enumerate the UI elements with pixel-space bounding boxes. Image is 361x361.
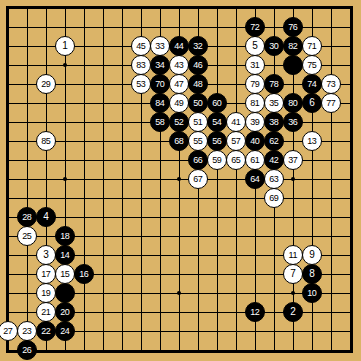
stone-black-26: 26 — [17, 340, 37, 360]
stone-white-71: 71 — [302, 36, 322, 56]
stone-black-84: 84 — [150, 93, 170, 113]
stone-black-34: 34 — [150, 55, 170, 75]
stone-white-25: 25 — [17, 226, 37, 246]
stone-white-11: 11 — [283, 245, 303, 265]
star-point — [63, 63, 67, 67]
stone-white-77: 77 — [321, 93, 341, 113]
go-diagram: 1234567891011121314151617181920212223242… — [0, 0, 361, 361]
stone-black-handicap — [283, 55, 303, 75]
stone-white-51: 51 — [188, 112, 208, 132]
stone-white-49: 49 — [169, 93, 189, 113]
stone-white-73: 73 — [321, 74, 341, 94]
stone-white-55: 55 — [188, 131, 208, 151]
star-point — [177, 177, 181, 181]
stone-black-58: 58 — [150, 112, 170, 132]
stone-black-82: 82 — [283, 36, 303, 56]
stone-black-40: 40 — [245, 131, 265, 151]
stone-white-27: 27 — [0, 321, 18, 341]
stone-black-72: 72 — [245, 17, 265, 37]
stone-white-33: 33 — [150, 36, 170, 56]
stone-white-7: 7 — [283, 264, 303, 284]
stone-white-39: 39 — [245, 112, 265, 132]
stone-black-22: 22 — [36, 321, 56, 341]
stone-black-handicap — [55, 283, 75, 303]
stone-black-10: 10 — [302, 283, 322, 303]
stone-white-23: 23 — [17, 321, 37, 341]
stone-white-45: 45 — [131, 36, 151, 56]
stone-black-62: 62 — [264, 131, 284, 151]
board-grid: 1234567891011121314151617181920212223242… — [0, 0, 360, 360]
stone-white-57: 57 — [226, 131, 246, 151]
stone-black-20: 20 — [55, 302, 75, 322]
stone-black-60: 60 — [207, 93, 227, 113]
stone-black-46: 46 — [188, 55, 208, 75]
stone-white-5: 5 — [245, 36, 265, 56]
stone-black-28: 28 — [17, 207, 37, 227]
stone-white-3: 3 — [36, 245, 56, 265]
stone-black-38: 38 — [264, 112, 284, 132]
stone-white-85: 85 — [36, 131, 56, 151]
stone-black-30: 30 — [264, 36, 284, 56]
stone-white-41: 41 — [226, 112, 246, 132]
stone-white-35: 35 — [264, 93, 284, 113]
stone-white-17: 17 — [36, 264, 56, 284]
stone-black-32: 32 — [188, 36, 208, 56]
stone-black-14: 14 — [55, 245, 75, 265]
stone-white-81: 81 — [245, 93, 265, 113]
stone-white-63: 63 — [264, 169, 284, 189]
stone-black-2: 2 — [283, 302, 303, 322]
stone-black-48: 48 — [188, 74, 208, 94]
stone-white-83: 83 — [131, 55, 151, 75]
stone-white-43: 43 — [169, 55, 189, 75]
stone-black-6: 6 — [302, 93, 322, 113]
stone-black-8: 8 — [302, 264, 322, 284]
stone-white-59: 59 — [207, 150, 227, 170]
stone-black-76: 76 — [283, 17, 303, 37]
star-point — [177, 291, 181, 295]
stone-black-42: 42 — [264, 150, 284, 170]
stone-white-47: 47 — [169, 74, 189, 94]
stone-black-52: 52 — [169, 112, 189, 132]
stone-white-21: 21 — [36, 302, 56, 322]
stone-black-54: 54 — [207, 112, 227, 132]
stone-black-78: 78 — [264, 74, 284, 94]
stone-black-66: 66 — [188, 150, 208, 170]
stone-black-18: 18 — [55, 226, 75, 246]
stone-white-9: 9 — [302, 245, 322, 265]
stone-black-80: 80 — [283, 93, 303, 113]
stone-black-44: 44 — [169, 36, 189, 56]
stone-white-37: 37 — [283, 150, 303, 170]
stone-black-56: 56 — [207, 131, 227, 151]
stone-black-50: 50 — [188, 93, 208, 113]
stone-white-15: 15 — [55, 264, 75, 284]
stone-white-53: 53 — [131, 74, 151, 94]
stone-black-4: 4 — [36, 207, 56, 227]
stone-black-74: 74 — [302, 74, 322, 94]
star-point — [63, 177, 67, 181]
stone-black-24: 24 — [55, 321, 75, 341]
stone-black-12: 12 — [245, 302, 265, 322]
stone-black-64: 64 — [245, 169, 265, 189]
stone-white-67: 67 — [188, 169, 208, 189]
stone-black-36: 36 — [283, 112, 303, 132]
stone-white-1: 1 — [55, 36, 75, 56]
stone-white-61: 61 — [245, 150, 265, 170]
stone-white-65: 65 — [226, 150, 246, 170]
stone-white-31: 31 — [245, 55, 265, 75]
star-point — [291, 177, 295, 181]
star-point — [291, 291, 295, 295]
stone-white-75: 75 — [302, 55, 322, 75]
stone-black-68: 68 — [169, 131, 189, 151]
stone-white-29: 29 — [36, 74, 56, 94]
stone-black-16: 16 — [74, 264, 94, 284]
stone-white-19: 19 — [36, 283, 56, 303]
stone-white-79: 79 — [245, 74, 265, 94]
stone-white-69: 69 — [264, 188, 284, 208]
stone-black-70: 70 — [150, 74, 170, 94]
stone-white-13: 13 — [302, 131, 322, 151]
